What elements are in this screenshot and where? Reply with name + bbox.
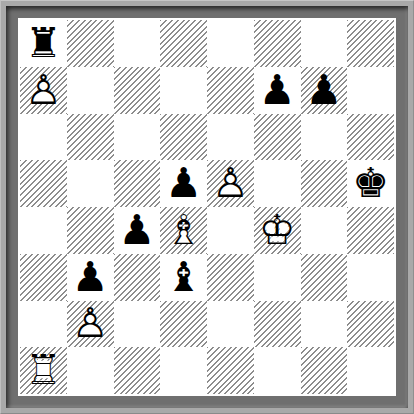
square-f3[interactable] xyxy=(254,254,301,301)
square-a2[interactable] xyxy=(20,301,67,348)
white-rook-glyph: ♖ xyxy=(20,347,67,394)
black-pawn-glyph: ♟ xyxy=(301,67,348,114)
square-h2[interactable] xyxy=(347,301,394,348)
square-g8[interactable] xyxy=(301,20,348,67)
square-f7[interactable]: ♟ xyxy=(254,67,301,114)
square-c7[interactable] xyxy=(114,67,161,114)
white-king-glyph: ♔ xyxy=(254,207,301,254)
square-c4[interactable]: ♟ xyxy=(114,207,161,254)
square-d1[interactable] xyxy=(160,347,207,394)
square-a3[interactable] xyxy=(20,254,67,301)
square-d5[interactable]: ♟ xyxy=(160,160,207,207)
white-pawn-glyph: ♙ xyxy=(67,301,114,348)
square-e1[interactable] xyxy=(207,347,254,394)
square-h8[interactable] xyxy=(347,20,394,67)
square-h3[interactable] xyxy=(347,254,394,301)
square-g5[interactable] xyxy=(301,160,348,207)
square-c2[interactable] xyxy=(114,301,161,348)
square-b2[interactable]: ♟♙ xyxy=(67,301,114,348)
chess-diagram: ♜♟♙♟♟♟♟♙♚♟♝♗♚♔♟♝♟♙♜♖ xyxy=(0,0,414,414)
square-c6[interactable] xyxy=(114,114,161,161)
square-a5[interactable] xyxy=(20,160,67,207)
square-c1[interactable] xyxy=(114,347,161,394)
square-b7[interactable] xyxy=(67,67,114,114)
piece-black-pawn[interactable]: ♟ xyxy=(67,254,114,301)
piece-black-pawn[interactable]: ♟ xyxy=(254,67,301,114)
piece-white-king[interactable]: ♚♔ xyxy=(254,207,301,254)
square-e5[interactable]: ♟♙ xyxy=(207,160,254,207)
black-rook-glyph: ♜ xyxy=(20,20,67,67)
piece-white-pawn[interactable]: ♟♙ xyxy=(20,67,67,114)
piece-black-pawn[interactable]: ♟ xyxy=(114,207,161,254)
black-pawn-glyph: ♟ xyxy=(114,207,161,254)
piece-black-rook[interactable]: ♜ xyxy=(20,20,67,67)
square-f6[interactable] xyxy=(254,114,301,161)
square-b8[interactable] xyxy=(67,20,114,67)
square-g1[interactable] xyxy=(301,347,348,394)
black-bishop-glyph: ♝ xyxy=(160,254,207,301)
piece-black-king[interactable]: ♚ xyxy=(347,160,394,207)
board-frame: ♜♟♙♟♟♟♟♙♚♟♝♗♚♔♟♝♟♙♜♖ xyxy=(6,6,408,408)
square-d6[interactable] xyxy=(160,114,207,161)
square-d7[interactable] xyxy=(160,67,207,114)
piece-black-pawn[interactable]: ♟ xyxy=(301,67,348,114)
square-b5[interactable] xyxy=(67,160,114,207)
square-e7[interactable] xyxy=(207,67,254,114)
black-pawn-glyph: ♟ xyxy=(67,254,114,301)
square-h7[interactable] xyxy=(347,67,394,114)
square-f4[interactable]: ♚♔ xyxy=(254,207,301,254)
square-h5[interactable]: ♚ xyxy=(347,160,394,207)
black-pawn-glyph: ♟ xyxy=(160,160,207,207)
square-g4[interactable] xyxy=(301,207,348,254)
square-a7[interactable]: ♟♙ xyxy=(20,67,67,114)
square-e3[interactable] xyxy=(207,254,254,301)
square-c8[interactable] xyxy=(114,20,161,67)
piece-white-pawn[interactable]: ♟♙ xyxy=(207,160,254,207)
square-d2[interactable] xyxy=(160,301,207,348)
square-a8[interactable]: ♜ xyxy=(20,20,67,67)
square-g7[interactable]: ♟ xyxy=(301,67,348,114)
square-b3[interactable]: ♟ xyxy=(67,254,114,301)
square-a1[interactable]: ♜♖ xyxy=(20,347,67,394)
piece-black-pawn[interactable]: ♟ xyxy=(160,160,207,207)
square-h4[interactable] xyxy=(347,207,394,254)
piece-white-bishop[interactable]: ♝♗ xyxy=(160,207,207,254)
piece-white-pawn[interactable]: ♟♙ xyxy=(67,301,114,348)
square-e4[interactable] xyxy=(207,207,254,254)
square-a6[interactable] xyxy=(20,114,67,161)
square-e6[interactable] xyxy=(207,114,254,161)
black-pawn-glyph: ♟ xyxy=(254,67,301,114)
square-a4[interactable] xyxy=(20,207,67,254)
white-pawn-glyph: ♙ xyxy=(207,160,254,207)
square-g3[interactable] xyxy=(301,254,348,301)
square-b6[interactable] xyxy=(67,114,114,161)
square-d3[interactable]: ♝ xyxy=(160,254,207,301)
square-e8[interactable] xyxy=(207,20,254,67)
square-c5[interactable] xyxy=(114,160,161,207)
square-f1[interactable] xyxy=(254,347,301,394)
black-king-glyph: ♚ xyxy=(347,160,394,207)
square-f5[interactable] xyxy=(254,160,301,207)
square-d8[interactable] xyxy=(160,20,207,67)
square-f8[interactable] xyxy=(254,20,301,67)
square-d4[interactable]: ♝♗ xyxy=(160,207,207,254)
piece-white-rook[interactable]: ♜♖ xyxy=(20,347,67,394)
piece-black-bishop[interactable]: ♝ xyxy=(160,254,207,301)
chess-board: ♜♟♙♟♟♟♟♙♚♟♝♗♚♔♟♝♟♙♜♖ xyxy=(18,18,396,396)
square-g2[interactable] xyxy=(301,301,348,348)
square-b1[interactable] xyxy=(67,347,114,394)
white-pawn-glyph: ♙ xyxy=(20,67,67,114)
square-b4[interactable] xyxy=(67,207,114,254)
square-h1[interactable] xyxy=(347,347,394,394)
square-e2[interactable] xyxy=(207,301,254,348)
square-f2[interactable] xyxy=(254,301,301,348)
square-c3[interactable] xyxy=(114,254,161,301)
square-h6[interactable] xyxy=(347,114,394,161)
white-bishop-glyph: ♗ xyxy=(160,207,207,254)
square-g6[interactable] xyxy=(301,114,348,161)
